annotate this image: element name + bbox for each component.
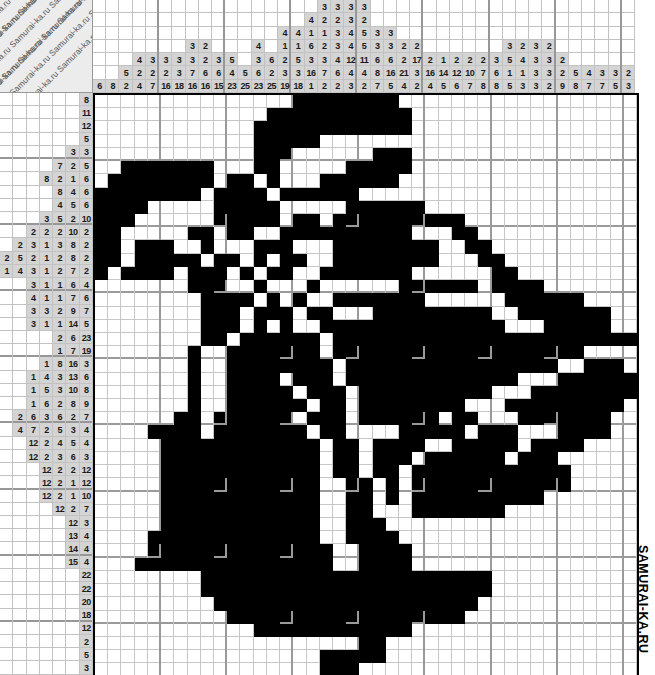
cell-r15-c29-filled[interactable]: [465, 280, 478, 293]
cell-r10-c27-filled[interactable]: [439, 214, 452, 227]
cell-r38-c4-empty[interactable]: [135, 584, 148, 597]
cell-r40-c37-empty[interactable]: [571, 611, 584, 624]
cell-r2-c21-filled[interactable]: [359, 108, 372, 121]
cell-r25-c39-filled[interactable]: [597, 412, 610, 425]
cell-r14-c14-filled[interactable]: [267, 267, 280, 280]
cell-r42-c19-empty[interactable]: [333, 637, 346, 650]
cell-r36-c37-empty[interactable]: [571, 558, 584, 571]
cell-r36-c34-empty[interactable]: [531, 558, 544, 571]
cell-r36-c27-empty[interactable]: [439, 558, 452, 571]
cell-r7-c16-empty[interactable]: [293, 174, 306, 187]
cell-r24-c24-filled[interactable]: [399, 399, 412, 412]
cell-r6-c36-empty[interactable]: [558, 161, 571, 174]
cell-r8-c30-empty[interactable]: [478, 188, 491, 201]
cell-r42-c16-empty[interactable]: [293, 637, 306, 650]
cell-r19-c6-empty[interactable]: [161, 333, 174, 346]
cell-r14-c8-filled[interactable]: [188, 267, 201, 280]
cell-r22-c13-filled[interactable]: [254, 373, 267, 386]
cell-r3-c31-empty[interactable]: [492, 121, 505, 134]
cell-r37-c37-empty[interactable]: [571, 571, 584, 584]
cell-r22-c40-filled[interactable]: [611, 373, 624, 386]
cell-r6-c3-filled[interactable]: [121, 161, 134, 174]
cell-r18-c32-empty[interactable]: [505, 320, 518, 333]
cell-r35-c8-filled[interactable]: [188, 544, 201, 557]
cell-r24-c37-filled[interactable]: [571, 399, 584, 412]
cell-r19-c14-filled[interactable]: [267, 333, 280, 346]
cell-r44-c14-empty[interactable]: [267, 663, 280, 675]
cell-r15-c23-empty[interactable]: [386, 280, 399, 293]
cell-r5-c34-empty[interactable]: [531, 148, 544, 161]
cell-r8-c23-empty[interactable]: [386, 188, 399, 201]
cell-r33-c10-filled[interactable]: [214, 518, 227, 531]
cell-r28-c3-empty[interactable]: [121, 452, 134, 465]
cell-r27-c12-filled[interactable]: [240, 439, 253, 452]
cell-r5-c35-empty[interactable]: [544, 148, 557, 161]
cell-r32-c22-empty[interactable]: [373, 505, 386, 518]
cell-r41-c24-filled[interactable]: [399, 624, 412, 637]
cell-r41-c33-empty[interactable]: [518, 624, 531, 637]
cell-r20-c18-empty[interactable]: [320, 346, 333, 359]
cell-r33-c31-empty[interactable]: [492, 518, 505, 531]
cell-r39-c30-empty[interactable]: [478, 597, 491, 610]
cell-r1-c26-empty[interactable]: [425, 95, 438, 108]
cell-r3-c30-empty[interactable]: [478, 121, 491, 134]
cell-r12-c6-filled[interactable]: [161, 240, 174, 253]
cell-r20-c40-empty[interactable]: [611, 346, 624, 359]
cell-r37-c1-empty[interactable]: [95, 571, 108, 584]
cell-r32-c5-empty[interactable]: [148, 505, 161, 518]
cell-r37-c41-empty[interactable]: [624, 571, 637, 584]
cell-r1-c4-empty[interactable]: [135, 95, 148, 108]
cell-r5-c3-empty[interactable]: [121, 148, 134, 161]
cell-r3-c16-filled[interactable]: [293, 121, 306, 134]
cell-r37-c23-filled[interactable]: [386, 571, 399, 584]
cell-r16-c25-filled[interactable]: [412, 293, 425, 306]
cell-r44-c4-empty[interactable]: [135, 663, 148, 675]
cell-r36-c12-filled[interactable]: [240, 558, 253, 571]
cell-r15-c28-filled[interactable]: [452, 280, 465, 293]
cell-r31-c40-empty[interactable]: [611, 492, 624, 505]
cell-r37-c11-filled[interactable]: [227, 571, 240, 584]
cell-r44-c9-empty[interactable]: [201, 663, 214, 675]
cell-r10-c29-empty[interactable]: [465, 214, 478, 227]
cell-r31-c12-filled[interactable]: [240, 492, 253, 505]
cell-r11-c15-filled[interactable]: [280, 227, 293, 240]
cell-r22-c11-filled[interactable]: [227, 373, 240, 386]
cell-r34-c40-empty[interactable]: [611, 531, 624, 544]
cell-r33-c37-empty[interactable]: [571, 518, 584, 531]
cell-r39-c13-filled[interactable]: [254, 597, 267, 610]
cell-r34-c35-empty[interactable]: [544, 531, 557, 544]
cell-r8-c39-empty[interactable]: [597, 188, 610, 201]
cell-r31-c11-filled[interactable]: [227, 492, 240, 505]
cell-r28-c20-filled[interactable]: [346, 452, 359, 465]
cell-r11-c11-filled[interactable]: [227, 227, 240, 240]
cell-r3-c41-empty[interactable]: [624, 121, 637, 134]
cell-r1-c35-empty[interactable]: [544, 95, 557, 108]
cell-r35-c22-filled[interactable]: [373, 544, 386, 557]
cell-r8-c31-empty[interactable]: [492, 188, 505, 201]
cell-r39-c20-filled[interactable]: [346, 597, 359, 610]
cell-r22-c21-filled[interactable]: [359, 373, 372, 386]
cell-r3-c32-empty[interactable]: [505, 121, 518, 134]
cell-r14-c6-filled[interactable]: [161, 267, 174, 280]
cell-r34-c19-empty[interactable]: [333, 531, 346, 544]
cell-r1-c5-empty[interactable]: [148, 95, 161, 108]
cell-r20-c8-filled[interactable]: [188, 346, 201, 359]
cell-r20-c31-filled[interactable]: [492, 346, 505, 359]
cell-r19-c1-empty[interactable]: [95, 333, 108, 346]
cell-r21-c2-empty[interactable]: [108, 359, 121, 372]
cell-r44-c20-filled[interactable]: [346, 663, 359, 675]
cell-r7-c2-filled[interactable]: [108, 174, 121, 187]
cell-r15-c26-filled[interactable]: [425, 280, 438, 293]
cell-r22-c31-filled[interactable]: [492, 373, 505, 386]
cell-r27-c41-empty[interactable]: [624, 439, 637, 452]
cell-r24-c27-filled[interactable]: [439, 399, 452, 412]
cell-r20-c38-empty[interactable]: [584, 346, 597, 359]
cell-r35-c41-empty[interactable]: [624, 544, 637, 557]
cell-r14-c22-filled[interactable]: [373, 267, 386, 280]
cell-r17-c35-filled[interactable]: [544, 307, 557, 320]
cell-r28-c32-empty[interactable]: [505, 452, 518, 465]
cell-r29-c11-filled[interactable]: [227, 465, 240, 478]
cell-r34-c28-empty[interactable]: [452, 531, 465, 544]
cell-r23-c5-empty[interactable]: [148, 386, 161, 399]
cell-r22-c38-filled[interactable]: [584, 373, 597, 386]
cell-r8-c41-empty[interactable]: [624, 188, 637, 201]
cell-r37-c16-filled[interactable]: [293, 571, 306, 584]
cell-r35-c34-empty[interactable]: [531, 544, 544, 557]
cell-r18-c36-filled[interactable]: [558, 320, 571, 333]
cell-r41-c36-empty[interactable]: [558, 624, 571, 637]
cell-r19-c12-filled[interactable]: [240, 333, 253, 346]
cell-r33-c30-empty[interactable]: [478, 518, 491, 531]
cell-r17-c15-filled[interactable]: [280, 307, 293, 320]
cell-r10-c26-filled[interactable]: [425, 214, 438, 227]
cell-r7-c27-empty[interactable]: [439, 174, 452, 187]
cell-r26-c24-filled[interactable]: [399, 425, 412, 438]
cell-r9-c36-empty[interactable]: [558, 201, 571, 214]
cell-r35-c26-empty[interactable]: [425, 544, 438, 557]
cell-r11-c12-filled[interactable]: [240, 227, 253, 240]
cell-r42-c14-empty[interactable]: [267, 637, 280, 650]
cell-r16-c23-filled[interactable]: [386, 293, 399, 306]
cell-r25-c29-filled[interactable]: [465, 412, 478, 425]
cell-r30-c28-filled[interactable]: [452, 478, 465, 491]
cell-r39-c36-empty[interactable]: [558, 597, 571, 610]
cell-r25-c7-filled[interactable]: [174, 412, 187, 425]
cell-r38-c32-empty[interactable]: [505, 584, 518, 597]
cell-r32-c21-filled[interactable]: [359, 505, 372, 518]
cell-r29-c3-empty[interactable]: [121, 465, 134, 478]
cell-r2-c34-empty[interactable]: [531, 108, 544, 121]
cell-r35-c19-empty[interactable]: [333, 544, 346, 557]
cell-r43-c22-filled[interactable]: [373, 650, 386, 663]
cell-r14-c23-filled[interactable]: [386, 267, 399, 280]
cell-r44-c25-empty[interactable]: [412, 663, 425, 675]
cell-r4-c11-empty[interactable]: [227, 135, 240, 148]
cell-r7-c20-filled[interactable]: [346, 174, 359, 187]
cell-r5-c27-empty[interactable]: [439, 148, 452, 161]
cell-r30-c21-filled[interactable]: [359, 478, 372, 491]
cell-r36-c25-empty[interactable]: [412, 558, 425, 571]
cell-r44-c6-empty[interactable]: [161, 663, 174, 675]
cell-r31-c20-filled[interactable]: [346, 492, 359, 505]
cell-r10-c2-filled[interactable]: [108, 214, 121, 227]
cell-r15-c6-empty[interactable]: [161, 280, 174, 293]
cell-r28-c35-filled[interactable]: [544, 452, 557, 465]
cell-r41-c29-empty[interactable]: [465, 624, 478, 637]
cell-r32-c28-filled[interactable]: [452, 505, 465, 518]
cell-r41-c31-empty[interactable]: [492, 624, 505, 637]
cell-r42-c32-empty[interactable]: [505, 637, 518, 650]
cell-r40-c23-filled[interactable]: [386, 611, 399, 624]
cell-r25-c27-empty[interactable]: [439, 412, 452, 425]
cell-r32-c33-empty[interactable]: [518, 505, 531, 518]
cell-r31-c21-filled[interactable]: [359, 492, 372, 505]
cell-r4-c38-empty[interactable]: [584, 135, 597, 148]
cell-r26-c23-empty[interactable]: [386, 425, 399, 438]
cell-r2-c35-empty[interactable]: [544, 108, 557, 121]
cell-r5-c17-empty[interactable]: [307, 148, 320, 161]
cell-r38-c15-filled[interactable]: [280, 584, 293, 597]
cell-r19-c33-filled[interactable]: [518, 333, 531, 346]
cell-r37-c24-filled[interactable]: [399, 571, 412, 584]
cell-r32-c30-filled[interactable]: [478, 505, 491, 518]
cell-r11-c31-empty[interactable]: [492, 227, 505, 240]
cell-r13-c20-filled[interactable]: [346, 254, 359, 267]
cell-r27-c14-filled[interactable]: [267, 439, 280, 452]
cell-r30-c35-filled[interactable]: [544, 478, 557, 491]
cell-r13-c34-empty[interactable]: [531, 254, 544, 267]
cell-r27-c32-filled[interactable]: [505, 439, 518, 452]
cell-r23-c22-filled[interactable]: [373, 386, 386, 399]
cell-r28-c19-filled[interactable]: [333, 452, 346, 465]
cell-r27-c34-filled[interactable]: [531, 439, 544, 452]
cell-r21-c3-empty[interactable]: [121, 359, 134, 372]
cell-r8-c20-filled[interactable]: [346, 188, 359, 201]
cell-r25-c11-filled[interactable]: [227, 412, 240, 425]
cell-r43-c27-empty[interactable]: [439, 650, 452, 663]
cell-r6-c35-empty[interactable]: [544, 161, 557, 174]
cell-r11-c29-filled[interactable]: [465, 227, 478, 240]
cell-r39-c16-filled[interactable]: [293, 597, 306, 610]
cell-r29-c35-filled[interactable]: [544, 465, 557, 478]
cell-r36-c16-filled[interactable]: [293, 558, 306, 571]
cell-r8-c27-empty[interactable]: [439, 188, 452, 201]
cell-r29-c33-filled[interactable]: [518, 465, 531, 478]
cell-r1-c12-empty[interactable]: [240, 95, 253, 108]
cell-r16-c33-filled[interactable]: [518, 293, 531, 306]
cell-r3-c13-filled[interactable]: [254, 121, 267, 134]
cell-r2-c18-filled[interactable]: [320, 108, 333, 121]
cell-r29-c16-filled[interactable]: [293, 465, 306, 478]
cell-r27-c17-filled[interactable]: [307, 439, 320, 452]
cell-r16-c31-empty[interactable]: [492, 293, 505, 306]
cell-r8-c29-empty[interactable]: [465, 188, 478, 201]
cell-r34-c33-empty[interactable]: [518, 531, 531, 544]
cell-r39-c3-empty[interactable]: [121, 597, 134, 610]
cell-r15-c5-empty[interactable]: [148, 280, 161, 293]
cell-r6-c17-empty[interactable]: [307, 161, 320, 174]
cell-r6-c4-filled[interactable]: [135, 161, 148, 174]
cell-r18-c10-filled[interactable]: [214, 320, 227, 333]
cell-r33-c41-empty[interactable]: [624, 518, 637, 531]
cell-r6-c41-empty[interactable]: [624, 161, 637, 174]
cell-r41-c13-filled[interactable]: [254, 624, 267, 637]
cell-r22-c6-empty[interactable]: [161, 373, 174, 386]
cell-r11-c36-empty[interactable]: [558, 227, 571, 240]
cell-r28-c27-filled[interactable]: [439, 452, 452, 465]
cell-r17-c33-filled[interactable]: [518, 307, 531, 320]
cell-r44-c32-empty[interactable]: [505, 663, 518, 675]
cell-r14-c2-empty[interactable]: [108, 267, 121, 280]
cell-r16-c12-filled[interactable]: [240, 293, 253, 306]
cell-r7-c23-filled[interactable]: [386, 174, 399, 187]
cell-r39-c37-empty[interactable]: [571, 597, 584, 610]
cell-r39-c23-filled[interactable]: [386, 597, 399, 610]
cell-r18-c26-filled[interactable]: [425, 320, 438, 333]
cell-r30-c4-empty[interactable]: [135, 478, 148, 491]
cell-r42-c25-empty[interactable]: [412, 637, 425, 650]
cell-r41-c19-filled[interactable]: [333, 624, 346, 637]
cell-r14-c24-filled[interactable]: [399, 267, 412, 280]
cell-r24-c11-filled[interactable]: [227, 399, 240, 412]
cell-r8-c34-empty[interactable]: [531, 188, 544, 201]
cell-r35-c27-empty[interactable]: [439, 544, 452, 557]
cell-r22-c19-empty[interactable]: [333, 373, 346, 386]
cell-r2-c4-empty[interactable]: [135, 108, 148, 121]
cell-r21-c5-empty[interactable]: [148, 359, 161, 372]
cell-r33-c5-empty[interactable]: [148, 518, 161, 531]
cell-r44-c23-empty[interactable]: [386, 663, 399, 675]
cell-r38-c39-empty[interactable]: [597, 584, 610, 597]
cell-r30-c29-filled[interactable]: [465, 478, 478, 491]
cell-r25-c12-filled[interactable]: [240, 412, 253, 425]
cell-r43-c21-filled[interactable]: [359, 650, 372, 663]
cell-r16-c2-empty[interactable]: [108, 293, 121, 306]
cell-r43-c32-empty[interactable]: [505, 650, 518, 663]
cell-r3-c36-empty[interactable]: [558, 121, 571, 134]
cell-r36-c1-empty[interactable]: [95, 558, 108, 571]
cell-r39-c39-empty[interactable]: [597, 597, 610, 610]
cell-r3-c4-empty[interactable]: [135, 121, 148, 134]
cell-r6-c7-filled[interactable]: [174, 161, 187, 174]
cell-r30-c36-filled[interactable]: [558, 478, 571, 491]
cell-r36-c18-filled[interactable]: [320, 558, 333, 571]
cell-r27-c1-empty[interactable]: [95, 439, 108, 452]
cell-r37-c39-empty[interactable]: [597, 571, 610, 584]
cell-r3-c35-empty[interactable]: [544, 121, 557, 134]
cell-r42-c38-empty[interactable]: [584, 637, 597, 650]
cell-r32-c35-empty[interactable]: [544, 505, 557, 518]
cell-r21-c11-filled[interactable]: [227, 359, 240, 372]
cell-r28-c22-filled[interactable]: [373, 452, 386, 465]
cell-r35-c17-filled[interactable]: [307, 544, 320, 557]
cell-r31-c10-filled[interactable]: [214, 492, 227, 505]
cell-r42-c37-empty[interactable]: [571, 637, 584, 650]
cell-r23-c10-empty[interactable]: [214, 386, 227, 399]
cell-r5-c28-empty[interactable]: [452, 148, 465, 161]
cell-r34-c4-empty[interactable]: [135, 531, 148, 544]
cell-r34-c34-empty[interactable]: [531, 531, 544, 544]
cell-r16-c3-empty[interactable]: [121, 293, 134, 306]
cell-r18-c4-empty[interactable]: [135, 320, 148, 333]
cell-r43-c13-empty[interactable]: [254, 650, 267, 663]
cell-r23-c15-filled[interactable]: [280, 386, 293, 399]
cell-r27-c35-filled[interactable]: [544, 439, 557, 452]
cell-r21-c37-empty[interactable]: [571, 359, 584, 372]
cell-r3-c38-empty[interactable]: [584, 121, 597, 134]
cell-r24-c23-filled[interactable]: [386, 399, 399, 412]
cell-r13-c15-filled[interactable]: [280, 254, 293, 267]
cell-r37-c30-filled[interactable]: [478, 571, 491, 584]
cell-r8-c32-empty[interactable]: [505, 188, 518, 201]
cell-r33-c34-empty[interactable]: [531, 518, 544, 531]
cell-r32-c14-filled[interactable]: [267, 505, 280, 518]
cell-r2-c25-empty[interactable]: [412, 108, 425, 121]
cell-r44-c39-empty[interactable]: [597, 663, 610, 675]
cell-r23-c20-empty[interactable]: [346, 386, 359, 399]
cell-r40-c17-filled[interactable]: [307, 611, 320, 624]
cell-r13-c1-filled[interactable]: [95, 254, 108, 267]
cell-r42-c23-empty[interactable]: [386, 637, 399, 650]
cell-r27-c11-filled[interactable]: [227, 439, 240, 452]
cell-r31-c13-filled[interactable]: [254, 492, 267, 505]
cell-r37-c12-filled[interactable]: [240, 571, 253, 584]
cell-r32-c2-empty[interactable]: [108, 505, 121, 518]
cell-r30-c3-empty[interactable]: [121, 478, 134, 491]
cell-r40-c11-filled[interactable]: [227, 611, 240, 624]
cell-r32-c31-filled[interactable]: [492, 505, 505, 518]
cell-r14-c15-filled[interactable]: [280, 267, 293, 280]
cell-r13-c35-empty[interactable]: [544, 254, 557, 267]
cell-r10-c33-empty[interactable]: [518, 214, 531, 227]
cell-r37-c28-filled[interactable]: [452, 571, 465, 584]
cell-r19-c3-empty[interactable]: [121, 333, 134, 346]
cell-r8-c3-filled[interactable]: [121, 188, 134, 201]
cell-r35-c2-empty[interactable]: [108, 544, 121, 557]
cell-r12-c12-empty[interactable]: [240, 240, 253, 253]
cell-r13-c10-filled[interactable]: [214, 254, 227, 267]
cell-r12-c11-empty[interactable]: [227, 240, 240, 253]
cell-r43-c3-empty[interactable]: [121, 650, 134, 663]
cell-r4-c35-empty[interactable]: [544, 135, 557, 148]
cell-r37-c13-filled[interactable]: [254, 571, 267, 584]
cell-r5-c29-empty[interactable]: [465, 148, 478, 161]
cell-r38-c20-filled[interactable]: [346, 584, 359, 597]
cell-r21-c9-empty[interactable]: [201, 359, 214, 372]
cell-r20-c30-filled[interactable]: [478, 346, 491, 359]
cell-r7-c25-empty[interactable]: [412, 174, 425, 187]
cell-r40-c27-filled[interactable]: [439, 611, 452, 624]
cell-r1-c6-empty[interactable]: [161, 95, 174, 108]
cell-r3-c1-empty[interactable]: [95, 121, 108, 134]
cell-r2-c1-empty[interactable]: [95, 108, 108, 121]
cell-r15-c41-empty[interactable]: [624, 280, 637, 293]
cell-r25-c37-filled[interactable]: [571, 412, 584, 425]
cell-r32-c4-empty[interactable]: [135, 505, 148, 518]
cell-r32-c24-empty[interactable]: [399, 505, 412, 518]
cell-r3-c26-empty[interactable]: [425, 121, 438, 134]
cell-r42-c35-empty[interactable]: [544, 637, 557, 650]
cell-r32-c25-filled[interactable]: [412, 505, 425, 518]
cell-r38-c19-filled[interactable]: [333, 584, 346, 597]
cell-r18-c39-filled[interactable]: [597, 320, 610, 333]
cell-r4-c4-empty[interactable]: [135, 135, 148, 148]
cell-r22-c22-filled[interactable]: [373, 373, 386, 386]
